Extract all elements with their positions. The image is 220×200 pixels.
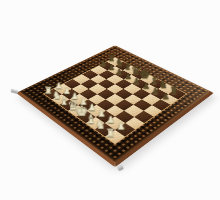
product-photo-carved-chess-set: ♜♞♝♛♚♝♞♜♟♟♟♟♟♟♟♟♟♟♟♟♟♟♟♟♜♞♝♛♚♝♞♜: [0, 0, 220, 200]
metal-clasp-bottom-corner: [117, 165, 123, 171]
chess-board: ♜♞♝♛♚♝♞♜♟♟♟♟♟♟♟♟♟♟♟♟♟♟♟♟♜♞♝♛♚♝♞♜: [16, 45, 214, 167]
metal-clasp-left-corner: [11, 89, 19, 94]
white-r-glyph: ♜: [101, 126, 120, 137]
black-p-glyph: ♟: [158, 91, 174, 100]
